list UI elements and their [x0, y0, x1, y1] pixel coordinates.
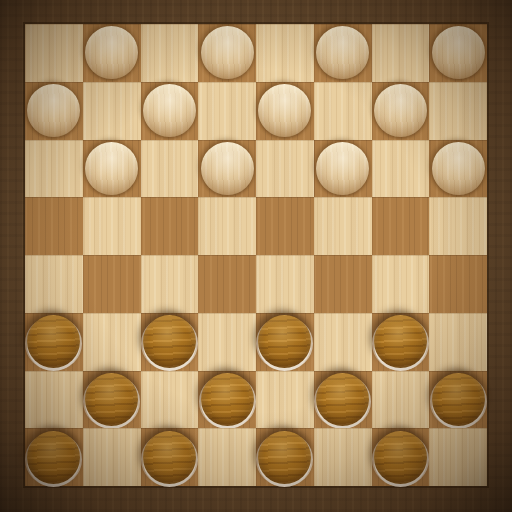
square-b7[interactable]	[83, 82, 141, 140]
dark-piece[interactable]	[143, 431, 196, 484]
light-piece[interactable]	[432, 142, 485, 195]
light-piece[interactable]	[85, 142, 138, 195]
square-h6[interactable]	[429, 140, 487, 198]
light-piece[interactable]	[85, 26, 138, 79]
dark-piece[interactable]	[374, 431, 427, 484]
square-b6[interactable]	[83, 140, 141, 198]
square-c2[interactable]	[141, 371, 199, 429]
light-piece[interactable]	[27, 84, 80, 137]
dark-piece[interactable]	[316, 373, 369, 426]
square-g6[interactable]	[372, 140, 430, 198]
square-d4[interactable]	[198, 255, 256, 313]
square-f4[interactable]	[314, 255, 372, 313]
square-c6[interactable]	[141, 140, 199, 198]
square-a2[interactable]	[25, 371, 83, 429]
square-f1[interactable]	[314, 428, 372, 486]
square-b8[interactable]	[83, 24, 141, 82]
square-c5[interactable]	[141, 197, 199, 255]
square-e3[interactable]	[256, 313, 314, 371]
square-d6[interactable]	[198, 140, 256, 198]
dark-piece[interactable]	[27, 431, 80, 484]
square-e8[interactable]	[256, 24, 314, 82]
square-a8[interactable]	[25, 24, 83, 82]
square-c3[interactable]	[141, 313, 199, 371]
square-h2[interactable]	[429, 371, 487, 429]
dark-piece[interactable]	[374, 315, 427, 368]
square-f5[interactable]	[314, 197, 372, 255]
square-h4[interactable]	[429, 255, 487, 313]
square-e7[interactable]	[256, 82, 314, 140]
square-b3[interactable]	[83, 313, 141, 371]
square-e1[interactable]	[256, 428, 314, 486]
square-e2[interactable]	[256, 371, 314, 429]
square-a4[interactable]	[25, 255, 83, 313]
square-b1[interactable]	[83, 428, 141, 486]
square-b4[interactable]	[83, 255, 141, 313]
dark-piece[interactable]	[143, 315, 196, 368]
square-g3[interactable]	[372, 313, 430, 371]
square-d3[interactable]	[198, 313, 256, 371]
square-c8[interactable]	[141, 24, 199, 82]
square-h7[interactable]	[429, 82, 487, 140]
square-g2[interactable]	[372, 371, 430, 429]
square-b2[interactable]	[83, 371, 141, 429]
square-h1[interactable]	[429, 428, 487, 486]
square-e6[interactable]	[256, 140, 314, 198]
square-g5[interactable]	[372, 197, 430, 255]
square-h8[interactable]	[429, 24, 487, 82]
square-h3[interactable]	[429, 313, 487, 371]
square-e5[interactable]	[256, 197, 314, 255]
square-g1[interactable]	[372, 428, 430, 486]
square-h5[interactable]	[429, 197, 487, 255]
light-piece[interactable]	[201, 142, 254, 195]
square-f8[interactable]	[314, 24, 372, 82]
light-piece[interactable]	[258, 84, 311, 137]
light-piece[interactable]	[316, 142, 369, 195]
square-b5[interactable]	[83, 197, 141, 255]
square-a7[interactable]	[25, 82, 83, 140]
square-c4[interactable]	[141, 255, 199, 313]
square-a3[interactable]	[25, 313, 83, 371]
dark-piece[interactable]	[27, 315, 80, 368]
light-piece[interactable]	[432, 26, 485, 79]
light-piece[interactable]	[201, 26, 254, 79]
square-c1[interactable]	[141, 428, 199, 486]
square-f2[interactable]	[314, 371, 372, 429]
dark-piece[interactable]	[201, 373, 254, 426]
dark-piece[interactable]	[432, 373, 485, 426]
square-e4[interactable]	[256, 255, 314, 313]
square-d2[interactable]	[198, 371, 256, 429]
square-a6[interactable]	[25, 140, 83, 198]
square-d1[interactable]	[198, 428, 256, 486]
square-f7[interactable]	[314, 82, 372, 140]
square-g4[interactable]	[372, 255, 430, 313]
square-d5[interactable]	[198, 197, 256, 255]
square-f3[interactable]	[314, 313, 372, 371]
light-piece[interactable]	[374, 84, 427, 137]
dark-piece[interactable]	[258, 315, 311, 368]
square-g7[interactable]	[372, 82, 430, 140]
square-a5[interactable]	[25, 197, 83, 255]
dark-piece[interactable]	[85, 373, 138, 426]
checkers-board	[25, 24, 487, 486]
dark-piece[interactable]	[258, 431, 311, 484]
board-frame	[0, 0, 512, 512]
square-c7[interactable]	[141, 82, 199, 140]
square-g8[interactable]	[372, 24, 430, 82]
square-a1[interactable]	[25, 428, 83, 486]
light-piece[interactable]	[143, 84, 196, 137]
square-d7[interactable]	[198, 82, 256, 140]
square-f6[interactable]	[314, 140, 372, 198]
square-d8[interactable]	[198, 24, 256, 82]
light-piece[interactable]	[316, 26, 369, 79]
